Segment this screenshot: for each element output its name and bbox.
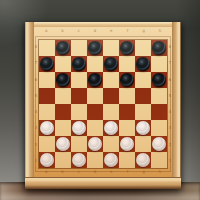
rank-label-7: 7 bbox=[34, 55, 38, 71]
file-label-f: f bbox=[119, 170, 135, 174]
square-f7[interactable] bbox=[119, 56, 135, 72]
square-e4[interactable] bbox=[103, 104, 119, 120]
white-piece[interactable] bbox=[120, 137, 134, 151]
square-b3[interactable] bbox=[55, 120, 71, 136]
black-piece[interactable] bbox=[88, 41, 102, 55]
file-label-e: e bbox=[103, 170, 119, 174]
square-f8[interactable] bbox=[119, 40, 135, 56]
square-g7[interactable] bbox=[135, 56, 151, 72]
square-d2[interactable] bbox=[87, 136, 103, 152]
file-label-d: d bbox=[87, 170, 103, 174]
square-c6[interactable] bbox=[71, 72, 87, 88]
white-piece[interactable] bbox=[104, 153, 118, 167]
square-h4[interactable] bbox=[151, 104, 167, 120]
white-piece[interactable] bbox=[72, 153, 86, 167]
square-h1[interactable] bbox=[151, 152, 167, 168]
square-a4[interactable] bbox=[39, 104, 55, 120]
square-f3[interactable] bbox=[119, 120, 135, 136]
square-a6[interactable] bbox=[39, 72, 55, 88]
checkers-board-grid bbox=[38, 39, 168, 169]
square-b5[interactable] bbox=[55, 88, 71, 104]
square-a3[interactable] bbox=[39, 120, 55, 136]
rank-labels-left: 87654321 bbox=[34, 39, 38, 169]
square-h6[interactable] bbox=[151, 72, 167, 88]
rank-label-3: 3 bbox=[34, 120, 38, 136]
black-piece[interactable] bbox=[136, 57, 150, 71]
square-h7[interactable] bbox=[151, 56, 167, 72]
black-piece[interactable] bbox=[56, 73, 70, 87]
file-label-b: b bbox=[54, 170, 70, 174]
square-b1[interactable] bbox=[55, 152, 71, 168]
rank-label-6: 6 bbox=[34, 72, 38, 88]
scene: abcdefgh abcdefgh 87654321 87654321 bbox=[0, 0, 200, 200]
file-label-e: e bbox=[103, 29, 119, 33]
square-c8[interactable] bbox=[71, 40, 87, 56]
rank-label-8: 8 bbox=[34, 39, 38, 55]
square-c1[interactable] bbox=[71, 152, 87, 168]
white-piece[interactable] bbox=[40, 153, 54, 167]
square-b7[interactable] bbox=[55, 56, 71, 72]
white-piece[interactable] bbox=[152, 137, 166, 151]
square-d5[interactable] bbox=[87, 88, 103, 104]
square-b4[interactable] bbox=[55, 104, 71, 120]
black-piece[interactable] bbox=[88, 73, 102, 87]
square-c7[interactable] bbox=[71, 56, 87, 72]
rank-label-4: 4 bbox=[34, 104, 38, 120]
rank-label-4: 4 bbox=[168, 104, 172, 120]
black-piece[interactable] bbox=[120, 73, 134, 87]
square-a1[interactable] bbox=[39, 152, 55, 168]
square-a5[interactable] bbox=[39, 88, 55, 104]
square-d6[interactable] bbox=[87, 72, 103, 88]
square-b2[interactable] bbox=[55, 136, 71, 152]
file-labels-bottom: abcdefgh bbox=[38, 170, 168, 174]
file-label-g: g bbox=[136, 29, 152, 33]
rank-label-1: 1 bbox=[168, 153, 172, 169]
white-piece[interactable] bbox=[72, 121, 86, 135]
square-f5[interactable] bbox=[119, 88, 135, 104]
square-d8[interactable] bbox=[87, 40, 103, 56]
square-e6[interactable] bbox=[103, 72, 119, 88]
square-g1[interactable] bbox=[135, 152, 151, 168]
square-b8[interactable] bbox=[55, 40, 71, 56]
board-surface: abcdefgh abcdefgh 87654321 87654321 bbox=[34, 27, 172, 177]
square-c2[interactable] bbox=[71, 136, 87, 152]
file-label-a: a bbox=[38, 170, 54, 174]
square-g5[interactable] bbox=[135, 88, 151, 104]
frame-rail-right bbox=[172, 22, 181, 189]
square-c5[interactable] bbox=[71, 88, 87, 104]
square-h2[interactable] bbox=[151, 136, 167, 152]
file-label-c: c bbox=[71, 170, 87, 174]
square-e8[interactable] bbox=[103, 40, 119, 56]
rank-label-2: 2 bbox=[34, 137, 38, 153]
frame-rail-bottom bbox=[25, 177, 181, 189]
black-piece[interactable] bbox=[56, 41, 70, 55]
file-label-c: c bbox=[71, 29, 87, 33]
square-g6[interactable] bbox=[135, 72, 151, 88]
square-f1[interactable] bbox=[119, 152, 135, 168]
file-label-f: f bbox=[119, 29, 135, 33]
square-h5[interactable] bbox=[151, 88, 167, 104]
white-piece[interactable] bbox=[88, 137, 102, 151]
square-c4[interactable] bbox=[71, 104, 87, 120]
square-e2[interactable] bbox=[103, 136, 119, 152]
square-d4[interactable] bbox=[87, 104, 103, 120]
file-label-h: h bbox=[152, 170, 168, 174]
square-h3[interactable] bbox=[151, 120, 167, 136]
white-piece[interactable] bbox=[136, 121, 150, 135]
square-g2[interactable] bbox=[135, 136, 151, 152]
square-e7[interactable] bbox=[103, 56, 119, 72]
square-d1[interactable] bbox=[87, 152, 103, 168]
rank-label-5: 5 bbox=[34, 88, 38, 104]
file-label-d: d bbox=[87, 29, 103, 33]
rank-label-3: 3 bbox=[168, 120, 172, 136]
square-h8[interactable] bbox=[151, 40, 167, 56]
square-a2[interactable] bbox=[39, 136, 55, 152]
square-e3[interactable] bbox=[103, 120, 119, 136]
file-labels-top: abcdefgh bbox=[38, 29, 168, 33]
file-label-b: b bbox=[54, 29, 70, 33]
black-piece[interactable] bbox=[40, 57, 54, 71]
black-piece[interactable] bbox=[152, 73, 166, 87]
square-g8[interactable] bbox=[135, 40, 151, 56]
rank-labels-right: 87654321 bbox=[168, 39, 172, 169]
white-piece[interactable] bbox=[104, 121, 118, 135]
rank-label-8: 8 bbox=[168, 39, 172, 55]
rank-label-2: 2 bbox=[168, 137, 172, 153]
white-piece[interactable] bbox=[56, 137, 70, 151]
square-g4[interactable] bbox=[135, 104, 151, 120]
black-piece[interactable] bbox=[152, 41, 166, 55]
white-piece[interactable] bbox=[40, 121, 54, 135]
black-piece[interactable] bbox=[72, 57, 86, 71]
white-piece[interactable] bbox=[136, 153, 150, 167]
rank-label-1: 1 bbox=[34, 153, 38, 169]
black-piece[interactable] bbox=[104, 57, 118, 71]
board-frame: abcdefgh abcdefgh 87654321 87654321 bbox=[25, 22, 181, 189]
black-piece[interactable] bbox=[120, 41, 134, 55]
file-label-h: h bbox=[152, 29, 168, 33]
file-label-a: a bbox=[38, 29, 54, 33]
rank-label-5: 5 bbox=[168, 88, 172, 104]
square-a8[interactable] bbox=[39, 40, 55, 56]
square-c3[interactable] bbox=[71, 120, 87, 136]
square-e5[interactable] bbox=[103, 88, 119, 104]
square-f6[interactable] bbox=[119, 72, 135, 88]
file-label-g: g bbox=[136, 170, 152, 174]
square-f2[interactable] bbox=[119, 136, 135, 152]
frame-rail-left bbox=[25, 22, 34, 189]
square-f4[interactable] bbox=[119, 104, 135, 120]
square-d7[interactable] bbox=[87, 56, 103, 72]
square-b6[interactable] bbox=[55, 72, 71, 88]
rank-label-7: 7 bbox=[168, 55, 172, 71]
rank-label-6: 6 bbox=[168, 72, 172, 88]
square-g3[interactable] bbox=[135, 120, 151, 136]
square-a7[interactable] bbox=[39, 56, 55, 72]
square-e1[interactable] bbox=[103, 152, 119, 168]
square-d3[interactable] bbox=[87, 120, 103, 136]
